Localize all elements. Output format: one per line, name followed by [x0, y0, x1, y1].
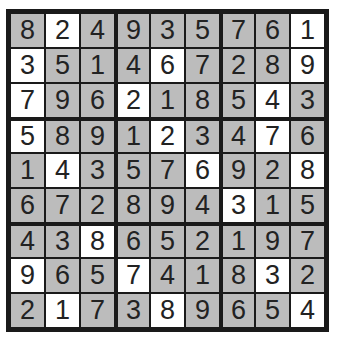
cell-r6c7: 3	[221, 189, 254, 222]
cell-r3c7: 5	[221, 84, 254, 117]
cell-r7c6: 2	[186, 224, 219, 257]
cell-r4c2: 8	[46, 119, 79, 152]
cell-r2c4: 4	[116, 49, 149, 82]
cell-r2c8: 8	[256, 49, 289, 82]
cell-r1c4: 9	[116, 14, 149, 47]
cell-r9c5: 8	[151, 294, 184, 327]
cell-r1c3: 4	[81, 14, 114, 47]
cell-r6c6: 4	[186, 189, 219, 222]
cell-r5c8: 2	[256, 154, 289, 187]
cell-r6c4: 8	[116, 189, 149, 222]
cell-r3c2: 9	[46, 84, 79, 117]
cell-r8c8: 3	[256, 259, 289, 292]
cell-r7c1: 4	[11, 224, 44, 257]
cell-r3c3: 6	[81, 84, 114, 117]
cell-r5c7: 9	[221, 154, 254, 187]
cell-r1c8: 6	[256, 14, 289, 47]
cell-r6c1: 6	[11, 189, 44, 222]
cell-r1c9: 1	[291, 14, 324, 47]
cell-r7c3: 8	[81, 224, 114, 257]
cell-r9c9: 4	[291, 294, 324, 327]
cell-r9c1: 2	[11, 294, 44, 327]
cell-r4c4: 1	[116, 119, 149, 152]
cell-r8c1: 9	[11, 259, 44, 292]
cell-r2c5: 6	[151, 49, 184, 82]
cell-r8c5: 4	[151, 259, 184, 292]
cell-r4c6: 3	[186, 119, 219, 152]
cell-r8c6: 1	[186, 259, 219, 292]
cell-r9c6: 9	[186, 294, 219, 327]
cell-r5c2: 4	[46, 154, 79, 187]
cell-r2c6: 7	[186, 49, 219, 82]
cell-r4c5: 2	[151, 119, 184, 152]
cell-r3c9: 3	[291, 84, 324, 117]
cell-r9c7: 6	[221, 294, 254, 327]
cell-r4c7: 4	[221, 119, 254, 152]
cell-r7c8: 9	[256, 224, 289, 257]
cell-r5c9: 8	[291, 154, 324, 187]
cell-r1c5: 3	[151, 14, 184, 47]
cell-r1c6: 5	[186, 14, 219, 47]
cell-r6c9: 5	[291, 189, 324, 222]
cell-r6c5: 9	[151, 189, 184, 222]
cell-r8c3: 5	[81, 259, 114, 292]
cell-r9c4: 3	[116, 294, 149, 327]
cell-r4c3: 9	[81, 119, 114, 152]
cell-r5c5: 7	[151, 154, 184, 187]
cell-r6c2: 7	[46, 189, 79, 222]
cell-r1c1: 8	[11, 14, 44, 47]
cell-r5c4: 5	[116, 154, 149, 187]
cell-r3c1: 7	[11, 84, 44, 117]
cell-r7c2: 3	[46, 224, 79, 257]
cell-r7c4: 6	[116, 224, 149, 257]
cell-r9c3: 7	[81, 294, 114, 327]
cell-r5c1: 1	[11, 154, 44, 187]
cell-r7c7: 1	[221, 224, 254, 257]
cell-r3c5: 1	[151, 84, 184, 117]
cell-r8c4: 7	[116, 259, 149, 292]
cell-r2c9: 9	[291, 49, 324, 82]
cell-r5c6: 6	[186, 154, 219, 187]
cell-r3c6: 8	[186, 84, 219, 117]
cell-r7c9: 7	[291, 224, 324, 257]
cell-r9c8: 5	[256, 294, 289, 327]
cell-r2c3: 1	[81, 49, 114, 82]
cell-r9c2: 1	[46, 294, 79, 327]
cell-r4c1: 5	[11, 119, 44, 152]
cell-r4c8: 7	[256, 119, 289, 152]
sudoku-board: 8249357613514672897962185435891234761435…	[6, 9, 329, 332]
cell-r8c7: 8	[221, 259, 254, 292]
cell-r1c7: 7	[221, 14, 254, 47]
cell-r2c7: 2	[221, 49, 254, 82]
cell-r1c2: 2	[46, 14, 79, 47]
cell-r8c9: 2	[291, 259, 324, 292]
cell-r8c2: 6	[46, 259, 79, 292]
cell-r6c8: 1	[256, 189, 289, 222]
cell-r7c5: 5	[151, 224, 184, 257]
cell-r2c1: 3	[11, 49, 44, 82]
cell-r3c8: 4	[256, 84, 289, 117]
cell-r5c3: 3	[81, 154, 114, 187]
cell-r3c4: 2	[116, 84, 149, 117]
cell-r2c2: 5	[46, 49, 79, 82]
cell-r6c3: 2	[81, 189, 114, 222]
cell-r4c9: 6	[291, 119, 324, 152]
